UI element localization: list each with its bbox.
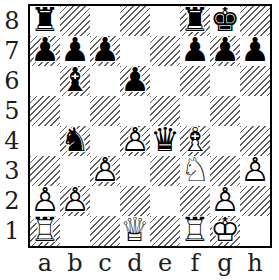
black-pawn-f7[interactable]: ♟ (180, 36, 210, 66)
square-b2[interactable]: ♟♙ (60, 186, 90, 216)
white-queen-d1[interactable]: ♛♕ (120, 216, 150, 246)
white-pawn-b2[interactable]: ♟♙ (60, 186, 90, 216)
square-b4[interactable]: ♞ (60, 126, 90, 156)
black-pawn-g7[interactable]: ♟ (210, 36, 240, 66)
white-piece-outline: ♙ (60, 186, 90, 216)
square-b1[interactable] (60, 216, 90, 246)
white-pawn-d4[interactable]: ♟♙ (120, 126, 150, 156)
rank-labels: 8 7 6 5 4 3 2 1 (1, 6, 23, 246)
square-h5[interactable] (240, 96, 270, 126)
white-piece-outline: ♖ (180, 216, 210, 246)
rank-label-1: 1 (1, 216, 23, 246)
square-f7[interactable]: ♟ (180, 36, 210, 66)
square-d4[interactable]: ♟♙ (120, 126, 150, 156)
file-label-f: f (180, 248, 210, 278)
file-label-a: a (30, 248, 60, 278)
black-piece-glyph: ♟ (30, 36, 60, 66)
black-piece-glyph: ♞ (60, 126, 90, 156)
square-a7[interactable]: ♟ (30, 36, 60, 66)
rank-label-6: 6 (1, 66, 23, 96)
file-label-b: b (60, 248, 90, 278)
square-d8[interactable] (120, 6, 150, 36)
rank-label-5: 5 (1, 96, 23, 126)
chess-diagram: 8 7 6 5 4 3 2 1 ♜♜♚♟♟♟♟♟♟♝♟♞♟♙♛♝♗♟♙♞♘♟♙♟… (0, 0, 279, 280)
square-d6[interactable]: ♟ (120, 66, 150, 96)
rank-label-4: 4 (1, 126, 23, 156)
square-c7[interactable]: ♟ (90, 36, 120, 66)
square-g7[interactable]: ♟ (210, 36, 240, 66)
black-pawn-h7[interactable]: ♟ (240, 36, 270, 66)
file-label-e: e (150, 248, 180, 278)
square-c2[interactable] (90, 186, 120, 216)
square-e4[interactable]: ♛ (150, 126, 180, 156)
rank-label-2: 2 (1, 186, 23, 216)
square-a6[interactable] (30, 66, 60, 96)
black-pawn-a7[interactable]: ♟ (30, 36, 60, 66)
black-piece-glyph: ♟ (120, 66, 150, 96)
square-e7[interactable] (150, 36, 180, 66)
black-pawn-c7[interactable]: ♟ (90, 36, 120, 66)
square-e2[interactable] (150, 186, 180, 216)
file-label-g: g (210, 248, 240, 278)
black-knight-b4[interactable]: ♞ (60, 126, 90, 156)
square-e3[interactable] (150, 156, 180, 186)
square-f1[interactable]: ♜♖ (180, 216, 210, 246)
square-h7[interactable]: ♟ (240, 36, 270, 66)
square-g1[interactable]: ♚♔ (210, 216, 240, 246)
square-b6[interactable]: ♝ (60, 66, 90, 96)
square-h3[interactable]: ♟♙ (240, 156, 270, 186)
square-a5[interactable] (30, 96, 60, 126)
file-labels: a b c d e f g h (30, 248, 270, 278)
white-rook-f1[interactable]: ♜♖ (180, 216, 210, 246)
square-c1[interactable] (90, 216, 120, 246)
square-h2[interactable] (240, 186, 270, 216)
white-piece-outline: ♔ (210, 216, 240, 246)
black-queen-e4[interactable]: ♛ (150, 126, 180, 156)
square-h6[interactable] (240, 66, 270, 96)
square-e1[interactable] (150, 216, 180, 246)
square-c6[interactable] (90, 66, 120, 96)
white-piece-outline: ♖ (30, 216, 60, 246)
square-g4[interactable] (210, 126, 240, 156)
file-label-h: h (240, 248, 270, 278)
rank-label-3: 3 (1, 156, 23, 186)
black-piece-glyph: ♟ (210, 36, 240, 66)
white-pawn-h3[interactable]: ♟♙ (240, 156, 270, 186)
square-c3[interactable]: ♟♙ (90, 156, 120, 186)
square-e8[interactable] (150, 6, 180, 36)
square-a1[interactable]: ♜♖ (30, 216, 60, 246)
square-d1[interactable]: ♛♕ (120, 216, 150, 246)
square-h1[interactable] (240, 216, 270, 246)
white-piece-outline: ♘ (180, 156, 210, 186)
square-c5[interactable] (90, 96, 120, 126)
white-king-g1[interactable]: ♚♔ (210, 216, 240, 246)
white-piece-outline: ♙ (90, 156, 120, 186)
file-label-d: d (120, 248, 150, 278)
white-piece-outline: ♕ (120, 216, 150, 246)
white-piece-outline: ♙ (120, 126, 150, 156)
black-piece-glyph: ♟ (180, 36, 210, 66)
black-piece-glyph: ♟ (240, 36, 270, 66)
black-piece-glyph: ♛ (150, 126, 180, 156)
square-d3[interactable] (120, 156, 150, 186)
board: ♜♜♚♟♟♟♟♟♟♝♟♞♟♙♛♝♗♟♙♞♘♟♙♟♙♟♙♟♙♜♖♛♕♜♖♚♔ (28, 4, 272, 248)
rank-label-7: 7 (1, 36, 23, 66)
square-g5[interactable] (210, 96, 240, 126)
rank-label-8: 8 (1, 6, 23, 36)
black-pawn-d6[interactable]: ♟ (120, 66, 150, 96)
square-f6[interactable] (180, 66, 210, 96)
square-f3[interactable]: ♞♘ (180, 156, 210, 186)
white-pawn-c3[interactable]: ♟♙ (90, 156, 120, 186)
square-e6[interactable] (150, 66, 180, 96)
white-knight-f3[interactable]: ♞♘ (180, 156, 210, 186)
white-rook-a1[interactable]: ♜♖ (30, 216, 60, 246)
black-piece-glyph: ♟ (90, 36, 120, 66)
file-label-c: c (90, 248, 120, 278)
black-piece-glyph: ♝ (60, 66, 90, 96)
white-piece-outline: ♙ (240, 156, 270, 186)
black-bishop-b6[interactable]: ♝ (60, 66, 90, 96)
square-g6[interactable] (210, 66, 240, 96)
square-a4[interactable] (30, 126, 60, 156)
